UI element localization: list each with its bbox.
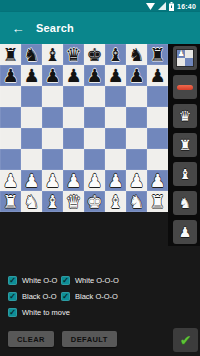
square-c2[interactable]: ♟ (42, 170, 63, 191)
white-pawn-icon: ♟ (179, 220, 192, 244)
piece-white-rook[interactable]: ♜ (149, 191, 165, 212)
chess-board[interactable]: ♜♞♝♛♚♝♞♜♟♟♟♟♟♟♟♟♟♟♟♟♟♟♟♟♜♞♝♛♚♝♞♜ (0, 44, 168, 212)
place-white-rook-button[interactable]: ♜ (173, 133, 197, 157)
square-h4[interactable] (147, 128, 168, 149)
white-oo-label: White O-O (22, 276, 57, 285)
piece-white-pawn[interactable]: ♟ (2, 170, 18, 191)
square-a3[interactable] (0, 149, 21, 170)
white-rook-icon: ♜ (179, 133, 192, 157)
square-d8[interactable]: ♛ (63, 44, 84, 65)
white-oo-checkbox[interactable]: ✓ (8, 276, 17, 285)
square-c5[interactable] (42, 107, 63, 128)
white-ooo-label: White O-O-O (75, 276, 119, 285)
square-h1[interactable]: ♜ (147, 191, 168, 212)
square-e4[interactable] (84, 128, 105, 149)
screen: 16:40 ← Search ♜♞♝♛♚♝♞♜♟♟♟♟♟♟♟♟♟♟♟♟♟♟♟♟♜… (0, 0, 200, 356)
square-f2[interactable]: ♟ (105, 170, 126, 191)
signal-icon (158, 2, 166, 10)
white-queenside-castle-option[interactable]: ✓ White O-O-O (61, 276, 119, 285)
square-b1[interactable]: ♞ (21, 191, 42, 212)
square-d3[interactable] (63, 149, 84, 170)
square-b3[interactable] (21, 149, 42, 170)
mini-board-icon: ♟ (177, 50, 193, 66)
square-a6[interactable] (0, 86, 21, 107)
white-to-move-option[interactable]: ✓ White to move (8, 308, 70, 317)
square-c4[interactable] (42, 128, 63, 149)
square-e1[interactable]: ♚ (84, 191, 105, 212)
black-ooo-label: Black O-O-O (75, 292, 118, 301)
piece-black-bishop[interactable]: ♝ (107, 44, 123, 65)
square-h7[interactable]: ♟ (147, 65, 168, 86)
black-ooo-checkbox[interactable]: ✓ (61, 292, 70, 301)
green-check-icon: ✔ (180, 328, 192, 352)
square-f7[interactable]: ♟ (105, 65, 126, 86)
piece-black-pawn[interactable]: ♟ (128, 65, 144, 86)
place-white-knight-button[interactable]: ♞ (173, 191, 197, 215)
square-b7[interactable]: ♟ (21, 65, 42, 86)
page-title: Search (36, 22, 74, 34)
piece-black-knight[interactable]: ♞ (23, 44, 39, 65)
square-f8[interactable]: ♝ (105, 44, 126, 65)
clear-button[interactable]: CLEAR (8, 331, 54, 347)
square-e5[interactable] (84, 107, 105, 128)
status-bar: 16:40 (0, 0, 200, 12)
square-f1[interactable]: ♝ (105, 191, 126, 212)
square-b8[interactable]: ♞ (21, 44, 42, 65)
square-e2[interactable]: ♟ (84, 170, 105, 191)
white-bishop-icon: ♝ (179, 162, 192, 186)
square-g7[interactable]: ♟ (126, 65, 147, 86)
white-ooo-checkbox[interactable]: ✓ (61, 276, 70, 285)
square-g1[interactable]: ♞ (126, 191, 147, 212)
default-button[interactable]: DEFAULT (62, 331, 117, 347)
square-b2[interactable]: ♟ (21, 170, 42, 191)
square-g2[interactable]: ♟ (126, 170, 147, 191)
square-c7[interactable]: ♟ (42, 65, 63, 86)
square-d2[interactable]: ♟ (63, 170, 84, 191)
battery-icon (169, 2, 174, 11)
square-g8[interactable]: ♞ (126, 44, 147, 65)
square-a8[interactable]: ♜ (0, 44, 21, 65)
square-b4[interactable] (21, 128, 42, 149)
square-h2[interactable]: ♟ (147, 170, 168, 191)
white-to-move-checkbox[interactable]: ✓ (8, 308, 17, 317)
piece-white-pawn[interactable]: ♟ (128, 170, 144, 191)
square-c8[interactable]: ♝ (42, 44, 63, 65)
square-f6[interactable] (105, 86, 126, 107)
square-a4[interactable] (0, 128, 21, 149)
clock: 16:40 (177, 3, 196, 10)
erase-piece-button[interactable] (173, 75, 197, 99)
square-a5[interactable] (0, 107, 21, 128)
square-g5[interactable] (126, 107, 147, 128)
square-a2[interactable]: ♟ (0, 170, 21, 191)
piece-white-pawn[interactable]: ♟ (86, 170, 102, 191)
action-buttons: CLEAR DEFAULT (8, 331, 117, 347)
piece-white-bishop[interactable]: ♝ (44, 191, 60, 212)
white-knight-icon: ♞ (179, 191, 192, 215)
piece-black-bishop[interactable]: ♝ (44, 44, 60, 65)
place-white-pawn-button[interactable]: ♟ (173, 220, 197, 244)
piece-black-king[interactable]: ♚ (86, 44, 102, 65)
black-kingside-castle-option[interactable]: ✓ Black O-O (8, 292, 61, 301)
square-d5[interactable] (63, 107, 84, 128)
piece-black-pawn[interactable]: ♟ (149, 65, 165, 86)
app-bar: ← Search (0, 12, 200, 44)
piece-white-pawn[interactable]: ♟ (44, 170, 60, 191)
piece-black-pawn[interactable]: ♟ (86, 65, 102, 86)
options-panel: ✓ White O-O ✓ White O-O-O ✓ Black O-O ✓ … (0, 272, 200, 320)
piece-white-pawn[interactable]: ♟ (23, 170, 39, 191)
black-oo-checkbox[interactable]: ✓ (8, 292, 17, 301)
piece-black-knight[interactable]: ♞ (128, 44, 144, 65)
square-d1[interactable]: ♛ (63, 191, 84, 212)
piece-white-king[interactable]: ♚ (86, 191, 102, 212)
square-e3[interactable] (84, 149, 105, 170)
square-d6[interactable] (63, 86, 84, 107)
piece-black-queen[interactable]: ♛ (65, 44, 81, 65)
white-kingside-castle-option[interactable]: ✓ White O-O (8, 276, 61, 285)
setup-board-button[interactable]: ♟ (173, 46, 197, 70)
square-c3[interactable] (42, 149, 63, 170)
square-a7[interactable]: ♟ (0, 65, 21, 86)
piece-white-pawn[interactable]: ♟ (107, 170, 123, 191)
white-queen-icon: ♛ (179, 104, 192, 128)
square-f5[interactable] (105, 107, 126, 128)
place-white-queen-button[interactable]: ♛ (173, 104, 197, 128)
piece-black-pawn[interactable]: ♟ (2, 65, 18, 86)
piece-black-rook[interactable]: ♜ (149, 44, 165, 65)
square-g3[interactable] (126, 149, 147, 170)
place-white-bishop-button[interactable]: ♝ (173, 162, 197, 186)
square-b5[interactable] (21, 107, 42, 128)
square-e7[interactable]: ♟ (84, 65, 105, 86)
piece-black-pawn[interactable]: ♟ (107, 65, 123, 86)
back-arrow-icon[interactable]: ← (10, 21, 26, 36)
square-c6[interactable] (42, 86, 63, 107)
square-h6[interactable] (147, 86, 168, 107)
mini-pawn-icon: ♟ (177, 50, 184, 58)
square-d7[interactable]: ♟ (63, 65, 84, 86)
square-f3[interactable] (105, 149, 126, 170)
piece-white-knight[interactable]: ♞ (23, 191, 39, 212)
square-h3[interactable] (147, 149, 168, 170)
black-queenside-castle-option[interactable]: ✓ Black O-O-O (61, 292, 118, 301)
piece-black-pawn[interactable]: ♟ (23, 65, 39, 86)
ok-button[interactable]: ✔ (173, 328, 198, 352)
piece-black-rook[interactable]: ♜ (2, 44, 18, 65)
tool-strip: ♟ ♛ ♜ ♝ ♞ ♟ (168, 44, 200, 246)
white-to-move-label: White to move (22, 308, 70, 317)
piece-white-bishop[interactable]: ♝ (107, 191, 123, 212)
square-g6[interactable] (126, 86, 147, 107)
piece-black-pawn[interactable]: ♟ (44, 65, 60, 86)
square-g4[interactable] (126, 128, 147, 149)
square-f4[interactable] (105, 128, 126, 149)
square-e8[interactable]: ♚ (84, 44, 105, 65)
square-c1[interactable]: ♝ (42, 191, 63, 212)
piece-white-pawn[interactable]: ♟ (65, 170, 81, 191)
erase-bar-icon (177, 85, 193, 90)
piece-white-rook[interactable]: ♜ (2, 191, 18, 212)
square-h8[interactable]: ♜ (147, 44, 168, 65)
square-d4[interactable] (63, 128, 84, 149)
piece-black-pawn[interactable]: ♟ (65, 65, 81, 86)
square-e6[interactable] (84, 86, 105, 107)
square-h5[interactable] (147, 107, 168, 128)
square-b6[interactable] (21, 86, 42, 107)
piece-white-queen[interactable]: ♛ (65, 191, 81, 212)
piece-white-knight[interactable]: ♞ (128, 191, 144, 212)
black-oo-label: Black O-O (22, 292, 57, 301)
wifi-icon (146, 2, 155, 10)
piece-white-pawn[interactable]: ♟ (149, 170, 165, 191)
square-a1[interactable]: ♜ (0, 191, 21, 212)
